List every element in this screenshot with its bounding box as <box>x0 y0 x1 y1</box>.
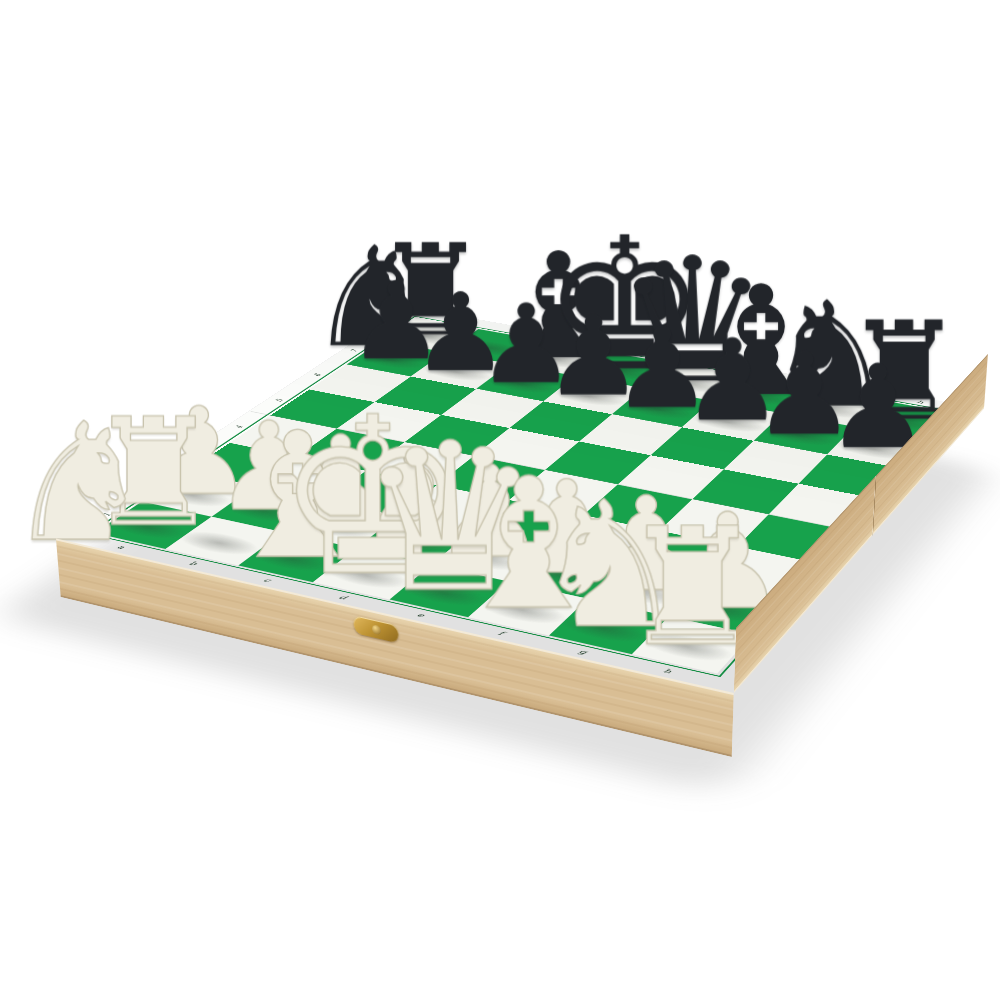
file-label-e: e <box>415 612 427 618</box>
file-label-f: f <box>496 630 505 636</box>
product-photo-scene: ♜♞♝♚♛♝♞♜♟♟♟♟♟♟♟♟♟♟♟♟♟♟♟♟♜♞♝♚♛♝♞♜ abcdefg… <box>0 0 1000 1000</box>
file-label-c: c <box>262 577 274 583</box>
file-label-g: g <box>577 648 589 655</box>
file-label-d: d <box>337 594 349 600</box>
file-label-b: b <box>187 560 199 566</box>
piece-white-knight-b1[interactable]: ♞ <box>5 402 151 565</box>
chess-set: ♜♞♝♚♛♝♞♜♟♟♟♟♟♟♟♟♟♟♟♟♟♟♟♟♜♞♝♚♛♝♞♜ abcdefg… <box>56 307 984 693</box>
brass-latch-icon <box>353 615 398 643</box>
file-label-h: h <box>662 667 674 674</box>
file-label-a: a <box>116 544 128 550</box>
box-fold-seam <box>872 475 876 535</box>
